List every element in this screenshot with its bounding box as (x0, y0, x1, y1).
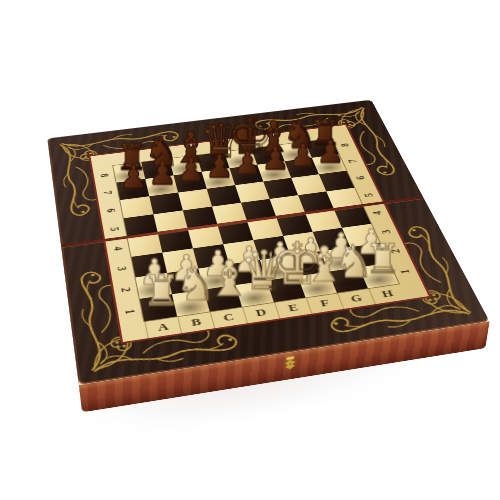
brass-clasp (278, 353, 303, 373)
white-rook-glyph: ♜ (143, 270, 176, 312)
chess-box: ABCDEFGH 87654321 87654321 ♜♞♝♛♚♝♞♜♟♟♟♟♟… (47, 100, 489, 385)
product-photo: ABCDEFGH 87654321 87654321 ♜♞♝♛♚♝♞♜♟♟♟♟♟… (0, 0, 500, 500)
white-knight-glyph: ♞ (175, 261, 208, 307)
